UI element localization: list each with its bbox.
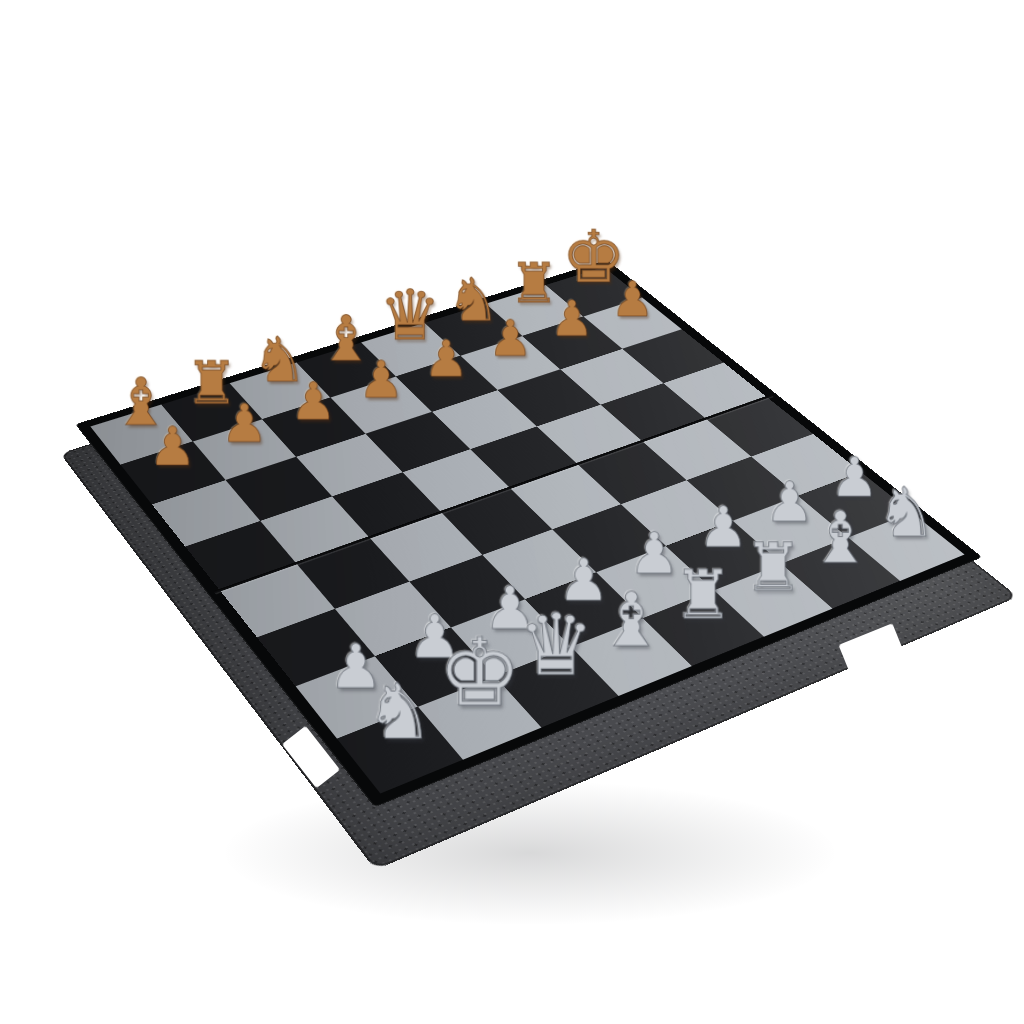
piece-gold-king-h8: ♚ <box>559 221 629 291</box>
piece-gold-queen-e8: ♛ <box>374 276 447 349</box>
piece-gold-bishop-d8: ♝ <box>309 296 383 370</box>
chess-board-squares: ♝♜♞♝♛♞♜♚♟♟♟♟♟♟♟♟♟♟♟♟♟♟♟♟♞♚♛♝♜♜♝♞ <box>90 267 964 794</box>
piece-gold-knight-f8: ♞ <box>437 258 509 330</box>
chess-board: ♝♜♞♝♛♞♜♚♟♟♟♟♟♟♟♟♟♟♟♟♟♟♟♟♞♚♛♝♜♜♝♞ <box>75 260 982 808</box>
square-h4 <box>706 397 813 456</box>
piece-gold-bishop-a8: ♝ <box>103 357 180 434</box>
chess-set-product-photo: ♝♜♞♝♛♞♜♚♟♟♟♟♟♟♟♟♟♟♟♟♟♟♟♟♞♚♛♝♜♜♝♞ <box>0 0 1024 1024</box>
piece-gold-rook-g8: ♜ <box>499 239 570 310</box>
piece-gold-knight-c8: ♞ <box>242 316 317 391</box>
piece-gold-rook-b8: ♜ <box>173 336 249 412</box>
